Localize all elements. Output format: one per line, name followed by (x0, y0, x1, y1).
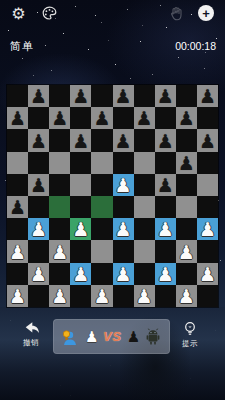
board-square-r6c3[interactable] (49, 196, 70, 218)
board-square-r5c2[interactable]: ♟ (28, 174, 49, 196)
board-square-r4c8[interactable] (155, 152, 176, 174)
white-pawn: ♟ (93, 286, 110, 307)
board-square-r4c1[interactable] (7, 152, 28, 174)
board-square-r8c10[interactable] (197, 240, 218, 262)
white-side-pawn-icon: ♟ (85, 329, 98, 345)
white-pawn: ♟ (30, 264, 47, 285)
white-pawn: ♟ (30, 219, 47, 240)
white-pawn: ♟ (115, 219, 132, 240)
game-timer: 00:00:18 (175, 40, 216, 52)
board-square-r7c10[interactable]: ♟ (197, 218, 218, 240)
board-square-r4c6[interactable] (113, 152, 134, 174)
board-square-r9c9[interactable] (176, 263, 197, 285)
black-pawn: ♟ (9, 108, 26, 129)
board-square-r2c7[interactable]: ♟ (134, 107, 155, 129)
black-pawn: ♟ (115, 131, 132, 152)
black-pawn: ♟ (136, 108, 153, 129)
board-square-r9c7[interactable] (134, 263, 155, 285)
board-square-r5c1[interactable] (7, 174, 28, 196)
board-square-r3c7[interactable] (134, 129, 155, 151)
board-square-r3c4[interactable]: ♟ (70, 129, 91, 151)
black-pawn: ♟ (72, 86, 89, 107)
board-square-r3c5[interactable] (91, 129, 112, 151)
white-pawn: ♟ (115, 264, 132, 285)
board-square-r3c6[interactable]: ♟ (113, 129, 134, 151)
board-square-r5c8[interactable]: ♟ (155, 174, 176, 196)
white-pawn: ♟ (136, 286, 153, 307)
white-pawn: ♟ (51, 286, 68, 307)
board-square-r5c7[interactable] (134, 174, 155, 196)
human-player-icon (62, 328, 80, 346)
board-square-r3c3[interactable] (49, 129, 70, 151)
board-square-r2c2[interactable] (28, 107, 49, 129)
board-square-r1c9[interactable] (176, 85, 197, 107)
board-square-r3c9[interactable] (176, 129, 197, 151)
board-square-r7c4[interactable]: ♟ (70, 218, 91, 240)
board-square-r9c5[interactable] (91, 263, 112, 285)
board-square-r6c5[interactable] (91, 196, 112, 218)
board-square-r5c4[interactable] (70, 174, 91, 196)
hint-label: 提示 (182, 339, 198, 349)
human-hint-bulb-icon (62, 330, 71, 341)
board-square-r2c6[interactable] (113, 107, 134, 129)
board-square-r1c1[interactable] (7, 85, 28, 107)
board-square-r2c1[interactable]: ♟ (7, 107, 28, 129)
board-square-r1c7[interactable] (134, 85, 155, 107)
board-square-r1c8[interactable]: ♟ (155, 85, 176, 107)
board-square-r6c4[interactable] (70, 196, 91, 218)
board-square-r8c4[interactable] (70, 240, 91, 262)
board-square-r10c2[interactable] (28, 285, 49, 307)
board-square-r10c1[interactable]: ♟ (7, 285, 28, 307)
black-pawn: ♟ (199, 86, 216, 107)
board: ♟♟♟♟♟♟♟♟♟♟♟♟♟♟♟♟♟♟♟♟♟♟♟♟♟♟♟♟♟♟♟♟♟♟♟♟♟♟ (7, 85, 218, 307)
black-pawn: ♟ (30, 131, 47, 152)
hand-gesture-icon[interactable] (168, 5, 185, 22)
board-square-r2c3[interactable]: ♟ (49, 107, 70, 129)
board-square-r2c9[interactable]: ♟ (176, 107, 197, 129)
white-pawn: ♟ (178, 286, 195, 307)
board-square-r8c3[interactable]: ♟ (49, 240, 70, 262)
board-square-r2c8[interactable] (155, 107, 176, 129)
android-ai-icon (145, 328, 161, 345)
black-pawn: ♟ (178, 153, 195, 174)
board-square-r10c6[interactable] (113, 285, 134, 307)
board-square-r8c5[interactable] (91, 240, 112, 262)
board-square-r4c7[interactable] (134, 152, 155, 174)
status-bar: 简单 00:00:18 (0, 38, 225, 54)
board-square-r1c3[interactable] (49, 85, 70, 107)
players-mode-panel[interactable]: ♟ VS ♟ (53, 319, 170, 354)
board-square-r7c6[interactable]: ♟ (113, 218, 134, 240)
board-square-r10c10[interactable] (197, 285, 218, 307)
board-square-r9c4[interactable]: ♟ (70, 263, 91, 285)
board-square-r1c10[interactable]: ♟ (197, 85, 218, 107)
board-square-r6c8[interactable] (155, 196, 176, 218)
board-square-r7c9[interactable] (176, 218, 197, 240)
board-square-r9c1[interactable] (7, 263, 28, 285)
black-pawn: ♟ (157, 86, 174, 107)
black-pawn: ♟ (199, 131, 216, 152)
board-square-r5c9[interactable] (176, 174, 197, 196)
board-square-r9c2[interactable]: ♟ (28, 263, 49, 285)
board-square-r7c5[interactable] (91, 218, 112, 240)
board-square-r8c7[interactable] (134, 240, 155, 262)
board-square-r5c5[interactable] (91, 174, 112, 196)
black-pawn: ♟ (115, 86, 132, 107)
hint-button[interactable]: 提示 (168, 321, 212, 349)
board-square-r6c9[interactable] (176, 196, 197, 218)
bottom-toolbar: 撤销 ♟ VS ♟ (0, 315, 225, 360)
theme-palette-icon[interactable] (41, 5, 58, 22)
board-square-r5c10[interactable] (197, 174, 218, 196)
app-screen: ⚙ + 简单 00:00:18 ♟♟♟♟♟♟♟♟♟♟♟♟♟♟♟♟♟♟♟♟♟♟♟♟… (0, 0, 225, 400)
black-pawn: ♟ (72, 131, 89, 152)
white-pawn: ♟ (51, 242, 68, 263)
top-toolbar: ⚙ + (0, 0, 225, 28)
board-square-r4c9[interactable]: ♟ (176, 152, 197, 174)
black-side-pawn-icon: ♟ (127, 329, 140, 345)
board-square-r6c2[interactable] (28, 196, 49, 218)
board-square-r8c6[interactable] (113, 240, 134, 262)
board-square-r7c8[interactable]: ♟ (155, 218, 176, 240)
board-square-r2c4[interactable] (70, 107, 91, 129)
white-pawn: ♟ (199, 264, 216, 285)
board-square-r3c1[interactable] (7, 129, 28, 151)
hint-bulb-icon (183, 321, 197, 337)
board-square-r5c3[interactable] (49, 174, 70, 196)
white-pawn: ♟ (178, 242, 195, 263)
black-pawn: ♟ (30, 86, 47, 107)
board-square-r9c10[interactable]: ♟ (197, 263, 218, 285)
board-square-r4c2[interactable] (28, 152, 49, 174)
board-square-r7c7[interactable] (134, 218, 155, 240)
board-square-r4c4[interactable] (70, 152, 91, 174)
settings-gear-icon[interactable]: ⚙ (10, 5, 27, 22)
board-square-r1c4[interactable]: ♟ (70, 85, 91, 107)
board-square-r4c10[interactable] (197, 152, 218, 174)
vs-label: VS (103, 329, 121, 344)
white-pawn: ♟ (157, 264, 174, 285)
add-new-game-icon[interactable]: + (198, 5, 214, 21)
board-square-r7c1[interactable] (7, 218, 28, 240)
board-square-r6c6[interactable] (113, 196, 134, 218)
board-square-r2c10[interactable] (197, 107, 218, 129)
board-square-r7c2[interactable]: ♟ (28, 218, 49, 240)
difficulty-label: 简单 (10, 39, 34, 54)
board-square-r4c3[interactable] (49, 152, 70, 174)
white-pawn: ♟ (72, 219, 89, 240)
undo-label: 撤销 (23, 338, 39, 348)
board-square-r6c1[interactable]: ♟ (7, 196, 28, 218)
black-pawn: ♟ (93, 108, 110, 129)
board-square-r10c8[interactable] (155, 285, 176, 307)
board-square-r4c5[interactable] (91, 152, 112, 174)
white-pawn: ♟ (199, 219, 216, 240)
black-pawn: ♟ (51, 108, 68, 129)
board-square-r7c3[interactable] (49, 218, 70, 240)
black-pawn: ♟ (157, 131, 174, 152)
board-square-r10c3[interactable]: ♟ (49, 285, 70, 307)
board-square-r6c10[interactable] (197, 196, 218, 218)
black-pawn: ♟ (178, 108, 195, 129)
undo-arrow-icon (21, 321, 41, 336)
black-pawn: ♟ (30, 175, 47, 196)
board-square-r8c8[interactable] (155, 240, 176, 262)
board-square-r8c1[interactable]: ♟ (7, 240, 28, 262)
board-square-r3c10[interactable]: ♟ (197, 129, 218, 151)
board-square-r9c3[interactable] (49, 263, 70, 285)
board-square-r6c7[interactable] (134, 196, 155, 218)
white-pawn: ♟ (9, 242, 26, 263)
board-square-r1c2[interactable]: ♟ (28, 85, 49, 107)
board-square-r10c4[interactable] (70, 285, 91, 307)
black-pawn: ♟ (157, 175, 174, 196)
board-square-r9c8[interactable]: ♟ (155, 263, 176, 285)
white-pawn: ♟ (9, 286, 26, 307)
white-pawn: ♟ (115, 175, 132, 196)
board-square-r9c6[interactable]: ♟ (113, 263, 134, 285)
board-square-r1c6[interactable]: ♟ (113, 85, 134, 107)
board-square-r5c6[interactable]: ♟ (113, 174, 134, 196)
board-square-r8c2[interactable] (28, 240, 49, 262)
board-square-r10c5[interactable]: ♟ (91, 285, 112, 307)
board-square-r8c9[interactable]: ♟ (176, 240, 197, 262)
board-square-r1c5[interactable] (91, 85, 112, 107)
board-square-r2c5[interactable]: ♟ (91, 107, 112, 129)
board-square-r3c8[interactable]: ♟ (155, 129, 176, 151)
white-pawn: ♟ (157, 219, 174, 240)
board-square-r10c7[interactable]: ♟ (134, 285, 155, 307)
undo-button[interactable]: 撤销 (9, 321, 53, 348)
board-square-r3c2[interactable]: ♟ (28, 129, 49, 151)
board-square-r10c9[interactable]: ♟ (176, 285, 197, 307)
black-pawn: ♟ (9, 197, 26, 218)
white-pawn: ♟ (72, 264, 89, 285)
